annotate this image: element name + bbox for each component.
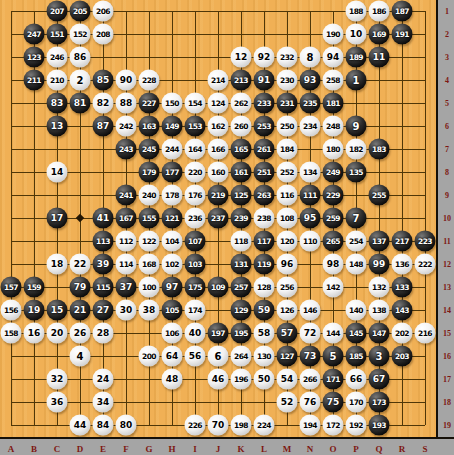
column-label: R — [399, 444, 406, 454]
stone-black-move-197: 197 — [208, 323, 229, 344]
stone-black-move-41: 41 — [93, 208, 114, 229]
row-label: 19 — [443, 421, 451, 430]
stone-white-move-102: 102 — [162, 254, 183, 275]
row-label: 6 — [445, 122, 449, 131]
stone-black-move-229: 229 — [323, 185, 344, 206]
stone-white-move-264: 264 — [231, 346, 252, 367]
stone-white-move-158: 158 — [1, 323, 22, 344]
stone-black-move-183: 183 — [369, 139, 390, 160]
stone-black-move-9: 9 — [346, 116, 367, 137]
stone-black-move-73: 73 — [300, 346, 321, 367]
stone-white-move-76: 76 — [300, 392, 321, 413]
stone-black-move-87: 87 — [93, 116, 114, 137]
stone-white-move-224: 224 — [254, 415, 275, 436]
stone-white-move-136: 136 — [392, 254, 413, 275]
stone-black-move-181: 181 — [323, 93, 344, 114]
stone-black-move-75: 75 — [323, 392, 344, 413]
stone-white-move-132: 132 — [369, 277, 390, 298]
stone-black-move-109: 109 — [208, 277, 229, 298]
stone-white-move-254: 254 — [346, 231, 367, 252]
row-label: 9 — [445, 191, 449, 200]
stone-black-move-21: 21 — [70, 300, 91, 321]
row-label: 13 — [443, 283, 451, 292]
stone-white-move-194: 194 — [300, 415, 321, 436]
stone-white-move-2: 2 — [70, 70, 91, 91]
stone-black-move-205: 205 — [70, 1, 91, 22]
stone-black-move-137: 137 — [369, 231, 390, 252]
stone-white-move-92: 92 — [254, 47, 275, 68]
stone-black-move-167: 167 — [116, 208, 137, 229]
stone-black-move-211: 211 — [24, 70, 45, 91]
stone-white-move-168: 168 — [139, 254, 160, 275]
stone-black-move-117: 117 — [254, 231, 275, 252]
stone-white-move-24: 24 — [93, 369, 114, 390]
column-label: O — [329, 444, 336, 454]
stone-black-move-127: 127 — [277, 346, 298, 367]
column-label: Q — [375, 444, 382, 454]
stone-black-move-217: 217 — [392, 231, 413, 252]
column-label: I — [193, 444, 197, 454]
stone-white-move-262: 262 — [231, 93, 252, 114]
stone-black-move-59: 59 — [254, 300, 275, 321]
stone-black-move-133: 133 — [392, 277, 413, 298]
stone-white-move-190: 190 — [323, 24, 344, 45]
stone-white-move-38: 38 — [139, 300, 160, 321]
stone-black-move-177: 177 — [162, 162, 183, 183]
stone-black-move-233: 233 — [254, 93, 275, 114]
stone-white-move-126: 126 — [277, 300, 298, 321]
row-label: 18 — [443, 398, 451, 407]
column-label: K — [237, 444, 244, 454]
stone-white-move-82: 82 — [93, 93, 114, 114]
stone-white-move-98: 98 — [323, 254, 344, 275]
stone-black-move-15: 15 — [47, 300, 68, 321]
stone-black-move-241: 241 — [116, 185, 137, 206]
stone-white-move-54: 54 — [277, 369, 298, 390]
stone-white-move-122: 122 — [139, 231, 160, 252]
column-label: A — [8, 444, 15, 454]
row-label: 7 — [445, 145, 449, 154]
stone-white-move-230: 230 — [277, 70, 298, 91]
stone-black-move-169: 169 — [369, 24, 390, 45]
grid-line-vertical — [425, 11, 426, 425]
stone-white-move-96: 96 — [277, 254, 298, 275]
stone-white-move-214: 214 — [208, 70, 229, 91]
row-label: 10 — [443, 214, 451, 223]
stone-white-move-166: 166 — [208, 139, 229, 160]
stone-white-move-12: 12 — [231, 47, 252, 68]
stone-white-move-114: 114 — [116, 254, 137, 275]
stone-white-move-94: 94 — [323, 47, 344, 68]
stone-black-move-79: 79 — [70, 277, 91, 298]
stone-white-move-220: 220 — [185, 162, 206, 183]
stone-black-move-163: 163 — [139, 116, 160, 137]
stone-black-move-119: 119 — [254, 254, 275, 275]
stone-white-move-16: 16 — [24, 323, 45, 344]
stone-white-move-86: 86 — [70, 47, 91, 68]
stone-white-move-120: 120 — [277, 231, 298, 252]
stone-black-move-237: 237 — [208, 208, 229, 229]
stone-black-move-253: 253 — [254, 116, 275, 137]
stone-white-move-40: 40 — [185, 323, 206, 344]
stone-black-move-265: 265 — [323, 231, 344, 252]
stone-black-move-17: 17 — [47, 208, 68, 229]
row-label: 4 — [445, 76, 449, 85]
stone-black-move-151: 151 — [47, 24, 68, 45]
stone-black-move-97: 97 — [162, 277, 183, 298]
stone-black-move-193: 193 — [369, 415, 390, 436]
stone-white-move-46: 46 — [208, 369, 229, 390]
stone-white-move-130: 130 — [254, 346, 275, 367]
column-label: S — [422, 444, 427, 454]
column-label: D — [77, 444, 84, 454]
stone-white-move-58: 58 — [254, 323, 275, 344]
stone-black-move-157: 157 — [1, 277, 22, 298]
stone-white-move-188: 188 — [346, 1, 367, 22]
stone-black-move-203: 203 — [392, 346, 413, 367]
stone-white-move-222: 222 — [415, 254, 436, 275]
stone-black-move-159: 159 — [24, 277, 45, 298]
stone-white-move-248: 248 — [323, 116, 344, 137]
stone-black-move-145: 145 — [346, 323, 367, 344]
stone-black-move-85: 85 — [93, 70, 114, 91]
stone-black-move-135: 135 — [346, 162, 367, 183]
stone-white-move-144: 144 — [323, 323, 344, 344]
stone-black-move-13: 13 — [47, 116, 68, 137]
stone-white-move-240: 240 — [139, 185, 160, 206]
stone-black-move-19: 19 — [24, 300, 45, 321]
stone-black-move-99: 99 — [369, 254, 390, 275]
stone-white-move-154: 154 — [185, 93, 206, 114]
stone-white-move-246: 246 — [47, 47, 68, 68]
stone-black-move-7: 7 — [346, 208, 367, 229]
stone-white-move-20: 20 — [47, 323, 68, 344]
stone-white-move-234: 234 — [300, 116, 321, 137]
stone-black-move-103: 103 — [185, 254, 206, 275]
stone-white-move-4: 4 — [70, 346, 91, 367]
stone-white-move-232: 232 — [277, 47, 298, 68]
stone-black-move-173: 173 — [369, 392, 390, 413]
stone-black-move-95: 95 — [300, 208, 321, 229]
stone-white-move-52: 52 — [277, 392, 298, 413]
stone-white-move-192: 192 — [346, 415, 367, 436]
stone-black-move-3: 3 — [369, 346, 390, 367]
stone-black-move-57: 57 — [277, 323, 298, 344]
stone-white-move-200: 200 — [139, 346, 160, 367]
stone-white-move-48: 48 — [162, 369, 183, 390]
stone-white-move-22: 22 — [70, 254, 91, 275]
stone-white-move-258: 258 — [323, 70, 344, 91]
stone-white-move-90: 90 — [116, 70, 137, 91]
stone-black-move-235: 235 — [300, 93, 321, 114]
stone-white-move-112: 112 — [116, 231, 137, 252]
stone-black-move-189: 189 — [346, 47, 367, 68]
stone-white-move-100: 100 — [139, 277, 160, 298]
stone-white-move-124: 124 — [208, 93, 229, 114]
row-label: 15 — [443, 329, 451, 338]
row-label: 11 — [443, 237, 451, 246]
stone-white-move-44: 44 — [70, 415, 91, 436]
stone-white-move-198: 198 — [231, 415, 252, 436]
stone-black-move-93: 93 — [300, 70, 321, 91]
stone-white-move-164: 164 — [185, 139, 206, 160]
stone-white-move-180: 180 — [323, 139, 344, 160]
column-label: H — [168, 444, 175, 454]
stone-white-move-178: 178 — [162, 185, 183, 206]
stone-black-move-247: 247 — [24, 24, 45, 45]
column-label: P — [353, 444, 359, 454]
stone-black-move-259: 259 — [323, 208, 344, 229]
stone-white-move-26: 26 — [70, 323, 91, 344]
row-label: 1 — [445, 7, 449, 16]
stone-white-move-36: 36 — [47, 392, 68, 413]
stone-black-move-129: 129 — [231, 300, 252, 321]
stone-white-move-256: 256 — [277, 277, 298, 298]
stone-white-move-210: 210 — [47, 70, 68, 91]
stone-black-move-251: 251 — [254, 162, 275, 183]
stone-white-move-84: 84 — [93, 415, 114, 436]
stone-black-move-255: 255 — [369, 185, 390, 206]
column-label: F — [123, 444, 129, 454]
stone-black-move-91: 91 — [254, 70, 275, 91]
row-label: 14 — [443, 306, 451, 315]
stone-white-move-110: 110 — [300, 231, 321, 252]
go-board: 2072052061881861872471511522081901016919… — [0, 0, 438, 437]
stone-black-move-105: 105 — [162, 300, 183, 321]
stone-white-move-128: 128 — [254, 277, 275, 298]
stone-white-move-260: 260 — [231, 116, 252, 137]
stone-black-move-219: 219 — [208, 185, 229, 206]
stone-white-move-150: 150 — [162, 93, 183, 114]
stone-white-move-252: 252 — [277, 162, 298, 183]
stone-black-move-143: 143 — [392, 300, 413, 321]
row-label: 16 — [443, 352, 451, 361]
stone-white-move-72: 72 — [300, 323, 321, 344]
stone-white-move-244: 244 — [162, 139, 183, 160]
row-label: 12 — [443, 260, 451, 269]
stone-white-move-146: 146 — [300, 300, 321, 321]
stone-black-move-191: 191 — [392, 24, 413, 45]
stone-white-move-148: 148 — [346, 254, 367, 275]
stone-white-move-104: 104 — [162, 231, 183, 252]
stone-black-move-165: 165 — [231, 139, 252, 160]
row-labels: 12345678910111213141516171819 — [436, 0, 454, 455]
stone-black-move-81: 81 — [70, 93, 91, 114]
stone-white-move-160: 160 — [208, 162, 229, 183]
stone-white-move-236: 236 — [185, 208, 206, 229]
stone-black-move-153: 153 — [185, 116, 206, 137]
stone-white-move-228: 228 — [139, 70, 160, 91]
stone-black-move-227: 227 — [139, 93, 160, 114]
stone-white-move-250: 250 — [277, 116, 298, 137]
stone-black-move-121: 121 — [162, 208, 183, 229]
row-label: 2 — [445, 30, 449, 39]
stone-white-move-238: 238 — [254, 208, 275, 229]
stone-white-move-14: 14 — [47, 162, 68, 183]
stone-white-move-138: 138 — [369, 300, 390, 321]
stone-black-move-175: 175 — [185, 277, 206, 298]
stone-black-move-155: 155 — [139, 208, 160, 229]
row-label: 17 — [443, 375, 451, 384]
stone-white-move-116: 116 — [277, 185, 298, 206]
stone-white-move-184: 184 — [277, 139, 298, 160]
column-label: L — [261, 444, 267, 454]
stone-black-move-113: 113 — [93, 231, 114, 252]
stone-white-move-10: 10 — [346, 24, 367, 45]
stone-black-move-249: 249 — [323, 162, 344, 183]
column-label: C — [54, 444, 61, 454]
stone-black-move-5: 5 — [323, 346, 344, 367]
row-label: 3 — [445, 53, 449, 62]
stone-white-move-70: 70 — [208, 415, 229, 436]
stone-white-move-64: 64 — [162, 346, 183, 367]
stone-white-move-266: 266 — [300, 369, 321, 390]
stone-black-move-123: 123 — [24, 47, 45, 68]
stone-black-move-195: 195 — [231, 323, 252, 344]
go-kifu-diagram: 2072052061881861872471511522081901016919… — [0, 0, 454, 455]
stone-white-move-196: 196 — [231, 369, 252, 390]
stone-black-move-207: 207 — [47, 1, 68, 22]
stone-black-move-263: 263 — [254, 185, 275, 206]
stone-white-move-152: 152 — [70, 24, 91, 45]
stone-white-move-28: 28 — [93, 323, 114, 344]
stone-black-move-37: 37 — [116, 277, 137, 298]
stone-black-move-185: 185 — [346, 346, 367, 367]
stone-black-move-107: 107 — [185, 231, 206, 252]
column-label: M — [283, 444, 292, 454]
stone-black-move-179: 179 — [139, 162, 160, 183]
stone-white-move-208: 208 — [93, 24, 114, 45]
stone-black-move-187: 187 — [392, 1, 413, 22]
stone-white-move-118: 118 — [231, 231, 252, 252]
stone-black-move-11: 11 — [369, 47, 390, 68]
stone-black-move-149: 149 — [162, 116, 183, 137]
stone-white-move-176: 176 — [185, 185, 206, 206]
stone-black-move-83: 83 — [47, 93, 68, 114]
stone-white-move-206: 206 — [93, 1, 114, 22]
stone-black-move-111: 111 — [300, 185, 321, 206]
stone-white-move-242: 242 — [116, 116, 137, 137]
stone-white-move-80: 80 — [116, 415, 137, 436]
stone-white-move-172: 172 — [323, 415, 344, 436]
column-label: B — [31, 444, 37, 454]
stone-white-move-170: 170 — [346, 392, 367, 413]
stone-black-move-171: 171 — [323, 369, 344, 390]
stone-black-move-213: 213 — [231, 70, 252, 91]
stone-black-move-239: 239 — [231, 208, 252, 229]
stone-white-move-18: 18 — [47, 254, 68, 275]
stone-white-move-202: 202 — [392, 323, 413, 344]
stone-white-move-162: 162 — [208, 116, 229, 137]
row-label: 8 — [445, 168, 449, 177]
column-labels: ABCDEFGHIJKLMNOPQRS — [0, 437, 454, 455]
stone-black-move-243: 243 — [116, 139, 137, 160]
stone-white-move-216: 216 — [415, 323, 436, 344]
stone-white-move-106: 106 — [162, 323, 183, 344]
stone-white-move-156: 156 — [1, 300, 22, 321]
stone-black-move-115: 115 — [93, 277, 114, 298]
stone-white-move-226: 226 — [185, 415, 206, 436]
stone-black-move-257: 257 — [231, 277, 252, 298]
stone-black-move-223: 223 — [415, 231, 436, 252]
stone-white-move-8: 8 — [300, 47, 321, 68]
stone-black-move-161: 161 — [231, 162, 252, 183]
stone-black-move-147: 147 — [369, 323, 390, 344]
stone-black-move-131: 131 — [231, 254, 252, 275]
stone-white-move-30: 30 — [116, 300, 137, 321]
stone-white-move-174: 174 — [185, 300, 206, 321]
stone-white-move-108: 108 — [277, 208, 298, 229]
stone-white-move-6: 6 — [208, 346, 229, 367]
stone-white-move-66: 66 — [346, 369, 367, 390]
star-point — [76, 214, 84, 222]
column-label: N — [307, 444, 314, 454]
stone-white-move-32: 32 — [47, 369, 68, 390]
stone-white-move-182: 182 — [346, 139, 367, 160]
stone-white-move-134: 134 — [300, 162, 321, 183]
stone-white-move-88: 88 — [116, 93, 137, 114]
stone-black-move-39: 39 — [93, 254, 114, 275]
stone-black-move-231: 231 — [277, 93, 298, 114]
row-label: 5 — [445, 99, 449, 108]
stone-black-move-67: 67 — [369, 369, 390, 390]
stone-black-move-1: 1 — [346, 70, 367, 91]
stone-white-move-56: 56 — [185, 346, 206, 367]
stone-black-move-125: 125 — [231, 185, 252, 206]
column-label: G — [145, 444, 152, 454]
stone-white-move-50: 50 — [254, 369, 275, 390]
stone-white-move-34: 34 — [93, 392, 114, 413]
column-label: E — [100, 444, 106, 454]
stone-black-move-245: 245 — [139, 139, 160, 160]
stone-black-move-27: 27 — [93, 300, 114, 321]
stone-white-move-142: 142 — [323, 277, 344, 298]
stone-white-move-140: 140 — [346, 300, 367, 321]
column-label: J — [216, 444, 221, 454]
stone-black-move-261: 261 — [254, 139, 275, 160]
stone-white-move-186: 186 — [369, 1, 390, 22]
